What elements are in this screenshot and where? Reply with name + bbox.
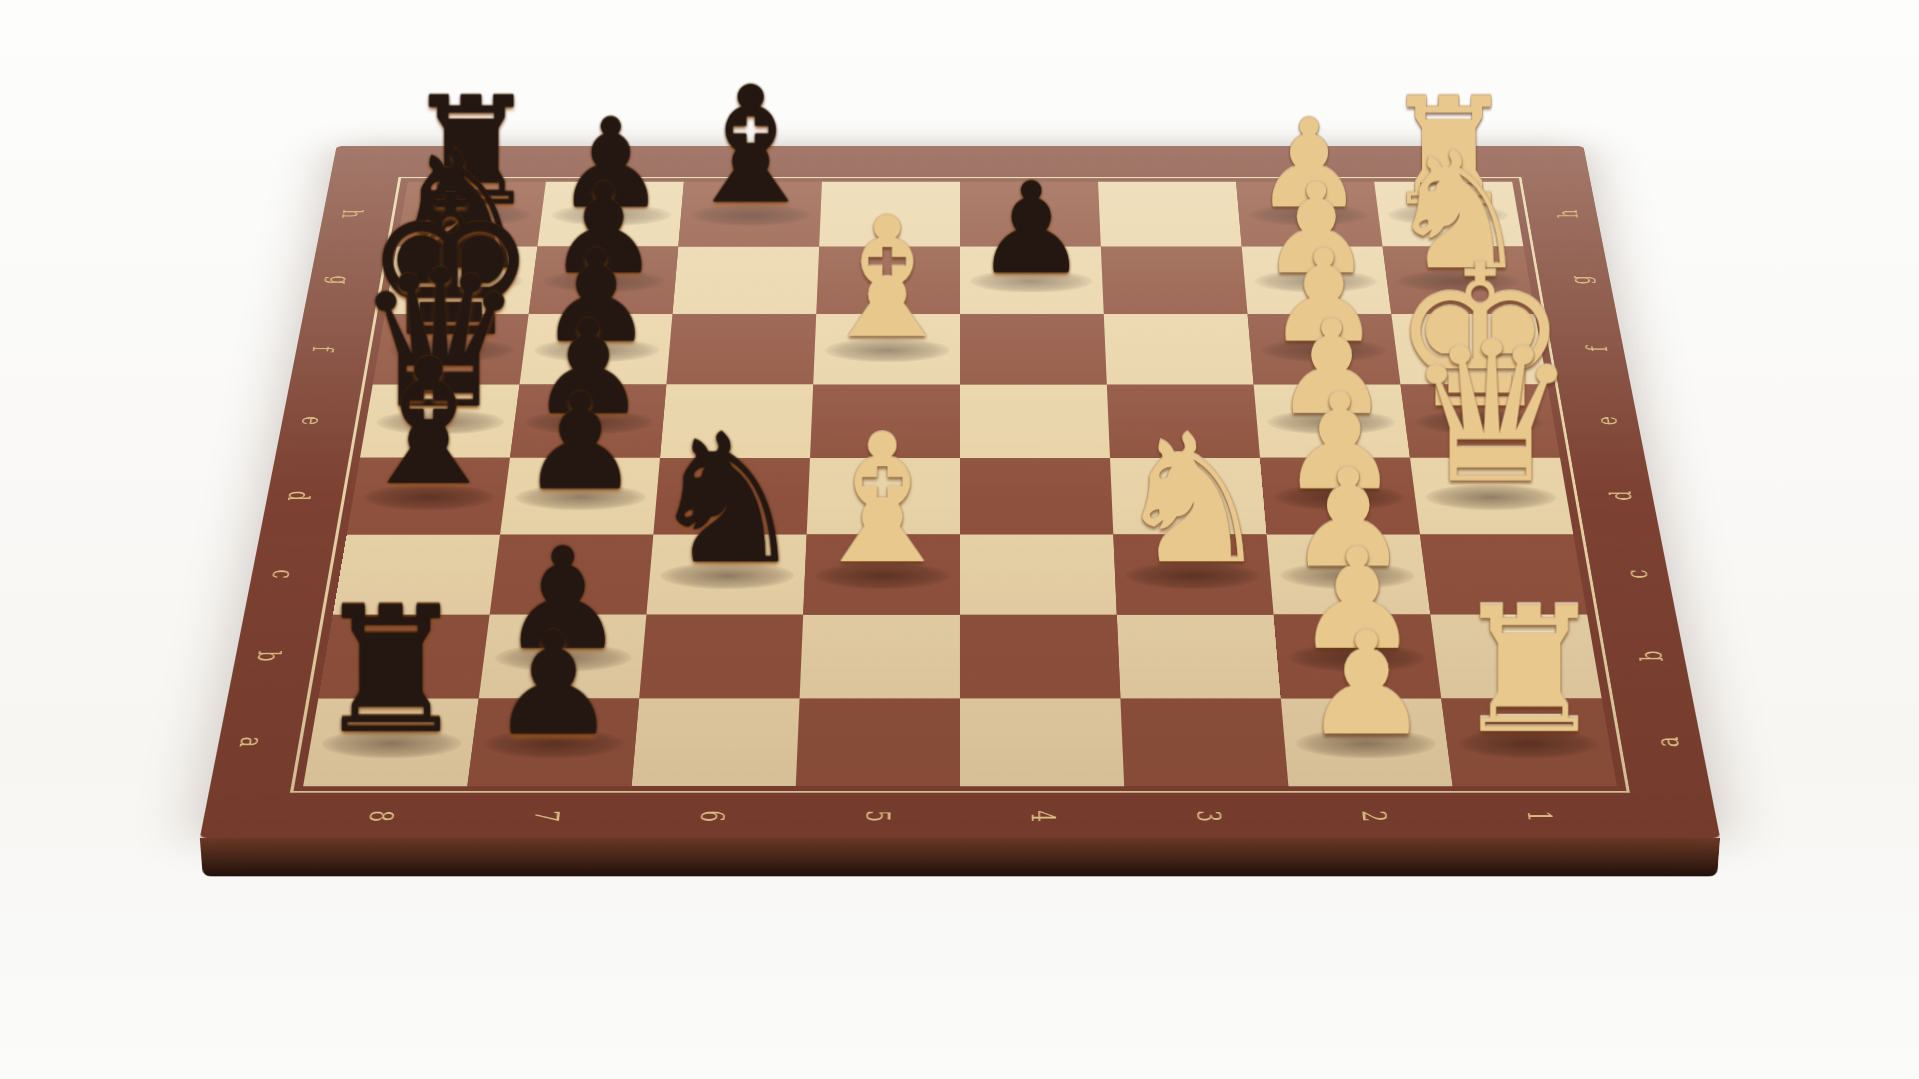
front-label-2: 2 xyxy=(1353,810,1393,822)
square-a7[interactable]: ♟ xyxy=(467,698,639,786)
black-bishop-h6[interactable]: ♝ xyxy=(678,74,822,218)
right-label-c: c xyxy=(1617,569,1655,578)
square-b4[interactable] xyxy=(960,614,1120,698)
square-b6[interactable] xyxy=(639,614,803,698)
right-label-f: f xyxy=(1579,346,1614,351)
black-pawn-a7[interactable]: ♟ xyxy=(489,620,617,749)
white-bishop-f5[interactable]: ♝ xyxy=(812,204,962,354)
right-label-h: h xyxy=(1550,209,1584,217)
square-a6[interactable] xyxy=(631,698,799,786)
white-pawn-a2[interactable]: ♟ xyxy=(1302,620,1430,749)
square-c4[interactable] xyxy=(960,534,1117,614)
left-label-a: a xyxy=(232,736,272,746)
white-knight-c3[interactable]: ♞ xyxy=(1113,420,1273,580)
right-label-b: b xyxy=(1631,650,1670,661)
board-grid: ♜♟♝♟♜♞♟♟♟♞♚♟♝♟♛♟♟♚♝♟♟♛♞♝♞♟♟♟♜♟♟♜ xyxy=(303,181,1617,786)
front-label-6: 6 xyxy=(692,810,731,822)
left-label-c: c xyxy=(264,569,302,578)
front-label-8: 8 xyxy=(360,810,400,822)
square-h6[interactable]: ♝ xyxy=(678,181,822,246)
right-label-e: e xyxy=(1589,416,1625,425)
square-c5[interactable]: ♝ xyxy=(803,534,960,614)
square-a3[interactable] xyxy=(1120,698,1288,786)
black-pawn-g4[interactable]: ♟ xyxy=(975,172,1087,285)
front-label-4: 4 xyxy=(1023,810,1062,822)
square-b5[interactable] xyxy=(799,614,959,698)
square-g6[interactable] xyxy=(672,246,819,314)
white-bishop-c5[interactable]: ♝ xyxy=(802,420,962,580)
square-f3[interactable] xyxy=(1103,314,1253,384)
square-a1[interactable]: ♜ xyxy=(1441,698,1617,786)
square-d8[interactable]: ♝ xyxy=(346,457,509,534)
white-queen-d1[interactable]: ♛ xyxy=(1404,326,1578,501)
board-front-rim xyxy=(199,837,1719,876)
right-label-a: a xyxy=(1647,736,1687,746)
square-a2[interactable]: ♟ xyxy=(1280,698,1452,786)
chess-board: ♜♟♝♟♜♞♟♟♟♞♚♟♝♟♛♟♟♚♝♟♟♛♞♝♞♟♟♟♜♟♟♜ 8765432… xyxy=(199,146,1719,838)
square-f6[interactable] xyxy=(666,314,816,384)
front-label-7: 7 xyxy=(526,810,566,822)
square-g3[interactable] xyxy=(1100,246,1247,314)
black-bishop-d8[interactable]: ♝ xyxy=(350,345,506,502)
square-g4[interactable]: ♟ xyxy=(960,246,1104,314)
left-label-b: b xyxy=(249,650,288,661)
square-c6[interactable]: ♞ xyxy=(646,534,806,614)
square-b3[interactable] xyxy=(1116,614,1280,698)
left-label-e: e xyxy=(294,416,330,425)
square-d4[interactable] xyxy=(960,457,1113,534)
black-rook-a8[interactable]: ♜ xyxy=(313,592,468,748)
right-label-d: d xyxy=(1601,490,1638,500)
square-d1[interactable]: ♛ xyxy=(1410,457,1573,534)
square-c3[interactable]: ♞ xyxy=(1113,534,1273,614)
square-f5[interactable]: ♝ xyxy=(813,314,960,384)
left-label-f: f xyxy=(305,346,340,351)
left-label-g: g xyxy=(322,275,357,284)
square-a8[interactable]: ♜ xyxy=(303,698,479,786)
studio-background: ♜♟♝♟♜♞♟♟♟♞♚♟♝♟♛♟♟♚♝♟♟♛♞♝♞♟♟♟♜♟♟♜ 8765432… xyxy=(0,0,1919,1079)
front-label-5: 5 xyxy=(857,810,896,822)
left-label-d: d xyxy=(280,490,317,500)
front-label-1: 1 xyxy=(1519,810,1559,822)
black-knight-c6[interactable]: ♞ xyxy=(647,420,807,580)
square-a4[interactable] xyxy=(960,698,1124,786)
square-a5[interactable] xyxy=(795,698,959,786)
front-label-3: 3 xyxy=(1188,810,1227,822)
black-pawn-d7[interactable]: ♟ xyxy=(520,381,640,501)
square-f4[interactable] xyxy=(960,314,1107,384)
white-rook-a1[interactable]: ♜ xyxy=(1451,592,1606,748)
square-h3[interactable] xyxy=(1098,181,1242,246)
square-e4[interactable] xyxy=(960,384,1110,457)
